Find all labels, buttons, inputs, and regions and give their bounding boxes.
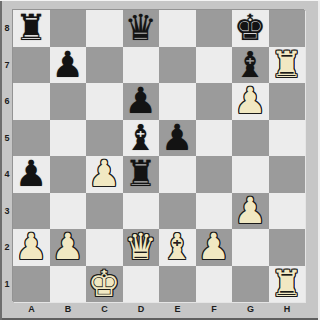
square-a5[interactable] [13,120,50,157]
square-h2[interactable] [269,229,306,266]
square-e5[interactable]: ♟ [159,120,196,157]
black-pawn-a4[interactable]: ♟ [15,156,47,192]
black-queen-d8[interactable]: ♛ [125,10,157,46]
white-rook-h1[interactable]: ♜ [271,266,303,302]
black-king-g8[interactable]: ♚ [234,10,266,46]
square-c1[interactable]: ♚ [86,266,123,303]
square-g5[interactable] [232,120,269,157]
square-f7[interactable] [196,47,233,84]
white-pawn-f2[interactable]: ♟ [198,229,230,265]
file-label-h: H [269,302,306,318]
rank-label-5: 5 [2,120,12,157]
square-g3[interactable]: ♟ [232,193,269,230]
black-pawn-e5[interactable]: ♟ [161,120,193,156]
square-g4[interactable] [232,156,269,193]
chess-board: ♜♛♚♟♝♜♟♟♝♟♟♟♜♟♟♟♛♝♟♚♜ [13,10,305,302]
square-d3[interactable] [123,193,160,230]
square-e2[interactable]: ♝ [159,229,196,266]
square-b8[interactable] [50,10,87,47]
file-label-a: A [13,302,50,318]
square-g7[interactable]: ♝ [232,47,269,84]
square-d2[interactable]: ♛ [123,229,160,266]
square-d6[interactable]: ♟ [123,83,160,120]
chess-board-frame: ♜♛♚♟♝♜♟♟♝♟♟♟♜♟♟♟♛♝♟♚♜ 87654321ABCDEFGH [0,0,320,320]
square-g6[interactable]: ♟ [232,83,269,120]
square-a6[interactable] [13,83,50,120]
square-b3[interactable] [50,193,87,230]
square-f3[interactable] [196,193,233,230]
white-queen-d2[interactable]: ♛ [125,229,157,265]
square-g8[interactable]: ♚ [232,10,269,47]
square-e1[interactable] [159,266,196,303]
square-d5[interactable]: ♝ [123,120,160,157]
square-e4[interactable] [159,156,196,193]
square-c4[interactable]: ♟ [86,156,123,193]
square-h6[interactable] [269,83,306,120]
square-f8[interactable] [196,10,233,47]
square-e7[interactable] [159,47,196,84]
white-pawn-a2[interactable]: ♟ [15,229,47,265]
rank-label-6: 6 [2,83,12,120]
rank-label-7: 7 [2,47,12,84]
rank-label-2: 2 [2,229,12,266]
white-king-c1[interactable]: ♚ [88,266,120,302]
square-c2[interactable] [86,229,123,266]
square-a4[interactable]: ♟ [13,156,50,193]
square-a2[interactable]: ♟ [13,229,50,266]
white-pawn-c4[interactable]: ♟ [88,156,120,192]
white-pawn-g3[interactable]: ♟ [234,193,266,229]
black-pawn-d6[interactable]: ♟ [125,83,157,119]
square-c3[interactable] [86,193,123,230]
square-h5[interactable] [269,120,306,157]
square-b2[interactable]: ♟ [50,229,87,266]
square-a1[interactable] [13,266,50,303]
square-d4[interactable]: ♜ [123,156,160,193]
square-b7[interactable]: ♟ [50,47,87,84]
rank-label-4: 4 [2,156,12,193]
white-pawn-g6[interactable]: ♟ [234,83,266,119]
square-a3[interactable] [13,193,50,230]
square-g1[interactable] [232,266,269,303]
square-e8[interactable] [159,10,196,47]
square-a7[interactable] [13,47,50,84]
square-f4[interactable] [196,156,233,193]
white-rook-h7[interactable]: ♜ [271,47,303,83]
white-pawn-b2[interactable]: ♟ [52,229,84,265]
square-c6[interactable] [86,83,123,120]
black-bishop-d5[interactable]: ♝ [125,120,157,156]
rank-label-3: 3 [2,193,12,230]
file-label-g: G [232,302,269,318]
rank-label-1: 1 [2,266,12,303]
square-e6[interactable] [159,83,196,120]
square-a8[interactable]: ♜ [13,10,50,47]
black-rook-d4[interactable]: ♜ [125,156,157,192]
square-c8[interactable] [86,10,123,47]
square-f1[interactable] [196,266,233,303]
file-label-f: F [196,302,233,318]
file-label-e: E [159,302,196,318]
rank-label-8: 8 [2,10,12,47]
square-d7[interactable] [123,47,160,84]
square-f6[interactable] [196,83,233,120]
square-e3[interactable] [159,193,196,230]
square-c7[interactable] [86,47,123,84]
black-bishop-g7[interactable]: ♝ [234,47,266,83]
square-f5[interactable] [196,120,233,157]
square-b6[interactable] [50,83,87,120]
square-d8[interactable]: ♛ [123,10,160,47]
file-label-d: D [123,302,160,318]
square-f2[interactable]: ♟ [196,229,233,266]
square-g2[interactable] [232,229,269,266]
black-pawn-b7[interactable]: ♟ [52,47,84,83]
square-b1[interactable] [50,266,87,303]
square-h3[interactable] [269,193,306,230]
square-h7[interactable]: ♜ [269,47,306,84]
file-label-b: B [50,302,87,318]
white-bishop-e2[interactable]: ♝ [161,229,193,265]
square-b4[interactable] [50,156,87,193]
square-h1[interactable]: ♜ [269,266,306,303]
square-d1[interactable] [123,266,160,303]
file-label-c: C [86,302,123,318]
square-h8[interactable] [269,10,306,47]
square-b5[interactable] [50,120,87,157]
square-h4[interactable] [269,156,306,193]
square-c5[interactable] [86,120,123,157]
black-rook-a8[interactable]: ♜ [15,10,47,46]
